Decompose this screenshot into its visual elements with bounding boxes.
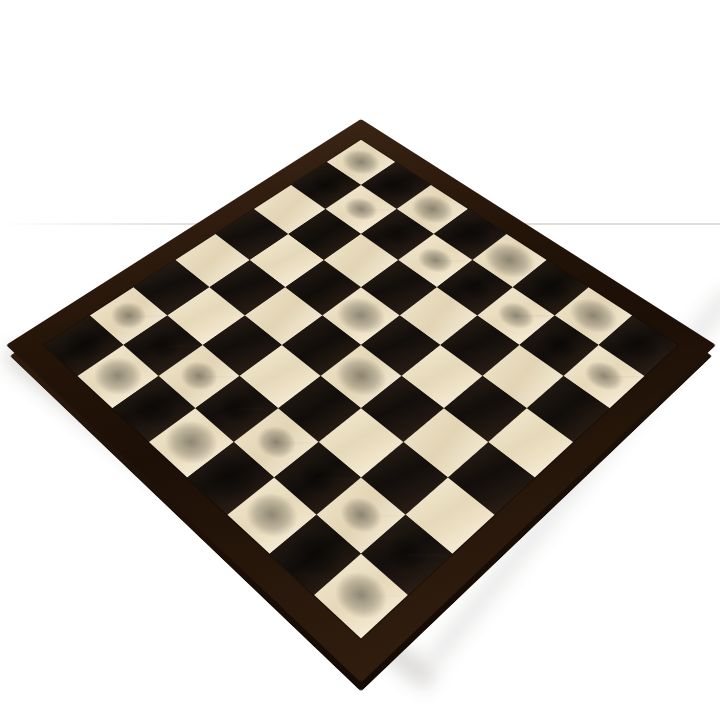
chessboard-frame: ♜♞♝♛♚♝♞♜♟♟♟♟♟♟♟♟♛♛♟♟♟♟♟♟♟♟♜♞♝♛♚♝♞♜ [6, 119, 716, 683]
chessboard: ♜♞♝♛♚♝♞♜♟♟♟♟♟♟♟♟♛♛♟♟♟♟♟♟♟♟♜♞♝♛♚♝♞♜ [44, 140, 678, 639]
square-h1[interactable]: ♜ [314, 554, 408, 639]
piece-red-pawn-h7[interactable]: ♟ [555, 278, 652, 386]
chess-set-photo: ♜♞♝♛♚♝♞♜♟♟♟♟♟♟♟♟♛♛♟♟♟♟♟♟♟♟♜♞♝♛♚♝♞♜ [0, 0, 720, 720]
piece-white-rook-h1[interactable]: ♜ [296, 463, 425, 607]
